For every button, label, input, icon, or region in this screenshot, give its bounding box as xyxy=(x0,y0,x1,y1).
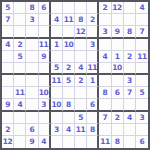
sudoku-cell-r1c7[interactable] xyxy=(75,2,87,14)
sudoku-cell-r7c6[interactable]: 5 xyxy=(63,75,75,87)
sudoku-cell-r12c4[interactable]: 4 xyxy=(39,136,51,148)
given-digit: 6 xyxy=(140,137,145,146)
sudoku-cell-r11c9[interactable] xyxy=(99,124,111,136)
sudoku-cell-r4c6[interactable]: 10 xyxy=(63,39,75,51)
sudoku-cell-r10c1[interactable] xyxy=(2,112,14,124)
sudoku-cell-r12c10[interactable]: 8 xyxy=(112,136,124,148)
sudoku-cell-r4c3[interactable] xyxy=(26,39,38,51)
given-digit: 12 xyxy=(76,27,85,36)
sudoku-cell-r5c3[interactable] xyxy=(26,51,38,63)
given-digit: 12 xyxy=(3,137,12,146)
given-digit: 2 xyxy=(78,76,83,85)
sudoku-cell-r1c6[interactable] xyxy=(63,2,75,14)
sudoku-cell-r7c12[interactable] xyxy=(136,75,148,87)
sudoku-cell-r7c3[interactable] xyxy=(26,75,38,87)
sudoku-cell-r7c8[interactable]: 1 xyxy=(87,75,99,87)
sudoku-cell-r9c1[interactable]: 9 xyxy=(2,99,14,111)
sudoku-cell-r1c2[interactable] xyxy=(14,2,26,14)
sudoku-cell-r4c1[interactable]: 4 xyxy=(2,39,14,51)
sudoku-cell-r10c7[interactable]: 5 xyxy=(75,112,87,124)
given-digit: 1 xyxy=(90,76,95,85)
sudoku-cell-r4c8[interactable]: 3 xyxy=(87,39,99,51)
sudoku-cell-r9c8[interactable]: 6 xyxy=(87,99,99,111)
given-digit: 3 xyxy=(127,76,132,85)
given-digit: 11 xyxy=(100,137,109,146)
sudoku-cell-r12c7[interactable] xyxy=(75,136,87,148)
sudoku-cell-r5c2[interactable]: 5 xyxy=(14,51,26,63)
sudoku-cell-r8c8[interactable] xyxy=(87,87,99,99)
sudoku-cell-r5c1[interactable] xyxy=(2,51,14,63)
sudoku-cell-r8c9[interactable]: 8 xyxy=(99,87,111,99)
sudoku-cell-r12c5[interactable] xyxy=(51,136,63,148)
sudoku-cell-r1c11[interactable] xyxy=(124,2,136,14)
sudoku-cell-r6c3[interactable] xyxy=(26,63,38,75)
sudoku-cell-r12c11[interactable] xyxy=(124,136,136,148)
sudoku-cell-r11c10[interactable] xyxy=(112,124,124,136)
sudoku-cell-r5c7[interactable] xyxy=(75,51,87,63)
sudoku-cell-r4c9[interactable] xyxy=(99,39,111,51)
sudoku-cell-r11c8[interactable]: 8 xyxy=(87,124,99,136)
given-digit: 10 xyxy=(112,63,121,72)
sudoku-cell-r9c4[interactable]: 3 xyxy=(39,99,51,111)
sudoku-cell-r10c12[interactable]: 3 xyxy=(136,112,148,124)
sudoku-cell-r7c10[interactable] xyxy=(112,75,124,87)
sudoku-cell-r2c12[interactable] xyxy=(136,14,148,26)
sudoku-cell-r6c1[interactable] xyxy=(2,63,14,75)
sudoku-cell-r12c2[interactable] xyxy=(14,136,26,148)
sudoku-cell-r5c5[interactable] xyxy=(51,51,63,63)
given-digit: 2 xyxy=(5,125,10,134)
sudoku-cell-r5c10[interactable]: 1 xyxy=(112,51,124,63)
sudoku-cell-r1c8[interactable] xyxy=(87,2,99,14)
sudoku-cell-r1c5[interactable] xyxy=(51,2,63,14)
sudoku-cell-r5c11[interactable]: 2 xyxy=(124,51,136,63)
sudoku-cell-r4c10[interactable] xyxy=(112,39,124,51)
sudoku-cell-r2c3[interactable]: 3 xyxy=(26,14,38,26)
sudoku-cell-r2c7[interactable]: 8 xyxy=(75,14,87,26)
sudoku-cell-r2c5[interactable]: 4 xyxy=(51,14,63,26)
sudoku-cell-r11c5[interactable]: 3 xyxy=(51,124,63,136)
sudoku-cell-r7c9[interactable] xyxy=(99,75,111,87)
given-digit: 8 xyxy=(90,125,95,134)
sudoku-cell-r2c4[interactable] xyxy=(39,14,51,26)
sudoku-cell-r9c9[interactable] xyxy=(99,99,111,111)
sudoku-cell-r9c7[interactable] xyxy=(75,99,87,111)
given-digit: 7 xyxy=(140,27,145,36)
sudoku-cell-r6c9[interactable] xyxy=(99,63,111,75)
given-digit: 11 xyxy=(64,15,73,24)
sudoku-cell-r9c3[interactable] xyxy=(26,99,38,111)
sudoku-cell-r3c6[interactable] xyxy=(63,26,75,38)
given-digit: 8 xyxy=(66,100,71,109)
given-digit: 11 xyxy=(52,76,61,85)
given-digit: 4 xyxy=(66,125,71,134)
given-digit: 8 xyxy=(103,88,108,97)
sudoku-cell-r1c1[interactable]: 5 xyxy=(2,2,14,14)
sudoku-cell-r10c4[interactable] xyxy=(39,112,51,124)
given-digit: 4 xyxy=(54,15,59,24)
given-digit: 4 xyxy=(140,3,145,12)
sudoku-cell-r3c1[interactable] xyxy=(2,26,14,38)
given-digit: 2 xyxy=(127,52,132,61)
sudoku-cell-r3c10[interactable]: 9 xyxy=(112,26,124,38)
given-digit: 7 xyxy=(103,113,108,122)
sudoku-cell-r5c8[interactable] xyxy=(87,51,99,63)
sudoku-cell-r1c9[interactable]: 2 xyxy=(99,2,111,14)
sudoku-cell-r4c12[interactable] xyxy=(136,39,148,51)
sudoku-cell-r4c5[interactable]: 1 xyxy=(51,39,63,51)
sudoku-cell-r8c10[interactable]: 6 xyxy=(112,87,124,99)
sudoku-cell-r9c6[interactable]: 8 xyxy=(63,99,75,111)
sudoku-cell-r3c4[interactable] xyxy=(39,26,51,38)
sudoku-cell-r1c4[interactable]: 6 xyxy=(39,2,51,14)
given-digit: 9 xyxy=(5,100,10,109)
given-digit: 1 xyxy=(54,40,59,49)
given-digit: 8 xyxy=(115,137,120,146)
given-digit: 4 xyxy=(17,100,22,109)
sudoku-cell-r2c2[interactable] xyxy=(14,14,26,26)
given-digit: 9 xyxy=(41,52,46,61)
sudoku-cell-r12c6[interactable] xyxy=(63,136,75,148)
given-digit: 2 xyxy=(103,3,108,12)
sudoku-cell-r8c4[interactable]: 10 xyxy=(39,87,51,99)
given-digit: 5 xyxy=(140,88,145,97)
sudoku-cell-r9c2[interactable]: 4 xyxy=(14,99,26,111)
sudoku-cell-r2c6[interactable]: 11 xyxy=(63,14,75,26)
sudoku-cell-r11c11[interactable] xyxy=(124,124,136,136)
given-digit: 3 xyxy=(90,40,95,49)
sudoku-cell-r3c12[interactable]: 7 xyxy=(136,26,148,38)
given-digit: 8 xyxy=(127,27,132,36)
sudoku-cell-r11c6[interactable]: 4 xyxy=(63,124,75,136)
sudoku-cell-r10c5[interactable] xyxy=(51,112,63,124)
given-digit: 9 xyxy=(115,27,120,36)
sudoku-cell-r12c12[interactable]: 6 xyxy=(136,136,148,148)
given-digit: 4 xyxy=(41,137,46,146)
sudoku-cell-r7c4[interactable] xyxy=(39,75,51,87)
sudoku-cell-r2c9[interactable] xyxy=(99,14,111,26)
sudoku-cell-r6c8[interactable]: 11 xyxy=(87,63,99,75)
given-digit: 10 xyxy=(39,88,48,97)
sudoku-cell-r10c8[interactable] xyxy=(87,112,99,124)
given-digit: 11 xyxy=(15,88,24,97)
given-digit: 8 xyxy=(78,15,83,24)
sudoku-cell-r6c5[interactable]: 5 xyxy=(51,63,63,75)
given-digit: 4 xyxy=(127,113,132,122)
sudoku-cell-r2c10[interactable] xyxy=(112,14,124,26)
sudoku-cell-r4c7[interactable] xyxy=(75,39,87,51)
given-digit: 6 xyxy=(30,125,35,134)
given-digit: 3 xyxy=(30,15,35,24)
sudoku-cell-r8c11[interactable]: 7 xyxy=(124,87,136,99)
given-digit: 11 xyxy=(88,63,97,72)
sudoku-cell-r5c4[interactable]: 9 xyxy=(39,51,51,63)
given-digit: 10 xyxy=(64,40,73,49)
sudoku-cell-r2c11[interactable] xyxy=(124,14,136,26)
sudoku-cell-r5c6[interactable] xyxy=(63,51,75,63)
sudoku-cell-r10c2[interactable] xyxy=(14,112,26,124)
sudoku-cell-r10c11[interactable]: 4 xyxy=(124,112,136,124)
sudoku-cell-r9c11[interactable] xyxy=(124,99,136,111)
sudoku-cell-r8c7[interactable] xyxy=(75,87,87,99)
sudoku-cell-r11c7[interactable]: 11 xyxy=(75,124,87,136)
sudoku-cell-r2c8[interactable]: 2 xyxy=(87,14,99,26)
sudoku-cell-r12c9[interactable]: 11 xyxy=(99,136,111,148)
given-digit: 6 xyxy=(115,88,120,97)
sudoku-cell-r1c3[interactable]: 8 xyxy=(26,2,38,14)
given-digit: 3 xyxy=(103,27,108,36)
given-digit: 7 xyxy=(5,15,10,24)
sudoku-cell-r10c10[interactable]: 2 xyxy=(112,112,124,124)
given-digit: 10 xyxy=(52,100,61,109)
given-digit: 11 xyxy=(76,125,85,134)
sudoku-cell-r3c8[interactable] xyxy=(87,26,99,38)
sudoku-cell-r11c12[interactable] xyxy=(136,124,148,136)
given-digit: 2 xyxy=(90,15,95,24)
given-digit: 8 xyxy=(30,3,35,12)
sudoku-cell-r10c6[interactable] xyxy=(63,112,75,124)
sudoku-cell-r12c3[interactable]: 9 xyxy=(26,136,38,148)
sudoku-cell-r3c2[interactable] xyxy=(14,26,26,38)
given-digit: 5 xyxy=(54,63,59,72)
sudoku-cell-r11c4[interactable] xyxy=(39,124,51,136)
given-digit: 9 xyxy=(30,137,35,146)
sudoku-cell-r7c11[interactable]: 3 xyxy=(124,75,136,87)
given-digit: 2 xyxy=(115,113,120,122)
sudoku-cell-r6c11[interactable] xyxy=(124,63,136,75)
given-digit: 12 xyxy=(112,3,121,12)
sudoku-cell-r12c8[interactable] xyxy=(87,136,99,148)
sudoku-cell-r9c5[interactable]: 10 xyxy=(51,99,63,111)
given-digit: 5 xyxy=(5,3,10,12)
sudoku-cell-r6c10[interactable]: 10 xyxy=(112,63,124,75)
sudoku-cell-r4c4[interactable]: 11 xyxy=(39,39,51,51)
sudoku-cell-r9c12[interactable] xyxy=(136,99,148,111)
given-digit: 11 xyxy=(137,52,146,61)
given-digit: 1 xyxy=(115,52,120,61)
sudoku-cell-r8c12[interactable]: 5 xyxy=(136,87,148,99)
given-digit: 11 xyxy=(39,40,48,49)
given-digit: 4 xyxy=(5,40,10,49)
given-digit: 5 xyxy=(78,113,83,122)
sudoku-cell-r1c12[interactable]: 4 xyxy=(136,2,148,14)
sudoku-cell-r7c1[interactable] xyxy=(2,75,14,87)
sudoku-cell-r6c4[interactable] xyxy=(39,63,51,75)
sudoku-cell-r1c10[interactable]: 12 xyxy=(112,2,124,14)
sudoku-cell-r6c2[interactable] xyxy=(14,63,26,75)
given-digit: 5 xyxy=(66,76,71,85)
sudoku-cell-r5c9[interactable]: 4 xyxy=(99,51,111,63)
sudoku-cell-r3c9[interactable]: 3 xyxy=(99,26,111,38)
sudoku-cell-r8c1[interactable] xyxy=(2,87,14,99)
sudoku-cell-r3c7[interactable]: 12 xyxy=(75,26,87,38)
sudoku-cell-r12c1[interactable]: 12 xyxy=(2,136,14,148)
sudoku-cell-r11c3[interactable]: 6 xyxy=(26,124,38,136)
given-digit: 3 xyxy=(54,125,59,134)
sudoku-cell-r5c12[interactable]: 11 xyxy=(136,51,148,63)
sudoku-cell-r10c9[interactable]: 7 xyxy=(99,112,111,124)
given-digit: 6 xyxy=(41,3,46,12)
given-digit: 2 xyxy=(66,63,71,72)
sudoku-cell-r6c6[interactable]: 2 xyxy=(63,63,75,75)
given-digit: 7 xyxy=(127,88,132,97)
given-digit: 5 xyxy=(17,52,22,61)
given-digit: 3 xyxy=(41,100,46,109)
sudoku-cell-r8c2[interactable]: 11 xyxy=(14,87,26,99)
sudoku-cell-r7c2[interactable] xyxy=(14,75,26,87)
sudoku-cell-r4c2[interactable]: 2 xyxy=(14,39,26,51)
sudoku-board: 5862124734118212398742111103594121152411… xyxy=(0,0,150,150)
sudoku-cell-r3c3[interactable] xyxy=(26,26,38,38)
sudoku-cell-r8c3[interactable] xyxy=(26,87,38,99)
given-digit: 6 xyxy=(90,100,95,109)
sudoku-cell-r7c5[interactable]: 11 xyxy=(51,75,63,87)
sudoku-cell-r7c7[interactable]: 2 xyxy=(75,75,87,87)
sudoku-cell-r6c7[interactable]: 4 xyxy=(75,63,87,75)
sudoku-cell-r11c1[interactable]: 2 xyxy=(2,124,14,136)
given-digit: 4 xyxy=(78,63,83,72)
given-digit: 2 xyxy=(17,40,22,49)
sudoku-cell-r10c3[interactable] xyxy=(26,112,38,124)
sudoku-cell-r11c2[interactable] xyxy=(14,124,26,136)
sudoku-cell-r4c11[interactable] xyxy=(124,39,136,51)
sudoku-cell-r2c1[interactable]: 7 xyxy=(2,14,14,26)
given-digit: 3 xyxy=(140,113,145,122)
sudoku-cell-r8c5[interactable] xyxy=(51,87,63,99)
sudoku-cell-r3c5[interactable] xyxy=(51,26,63,38)
sudoku-cell-r9c10[interactable] xyxy=(112,99,124,111)
given-digit: 4 xyxy=(103,52,108,61)
sudoku-cell-r6c12[interactable] xyxy=(136,63,148,75)
sudoku-cell-r3c11[interactable]: 8 xyxy=(124,26,136,38)
sudoku-cell-r8c6[interactable] xyxy=(63,87,75,99)
